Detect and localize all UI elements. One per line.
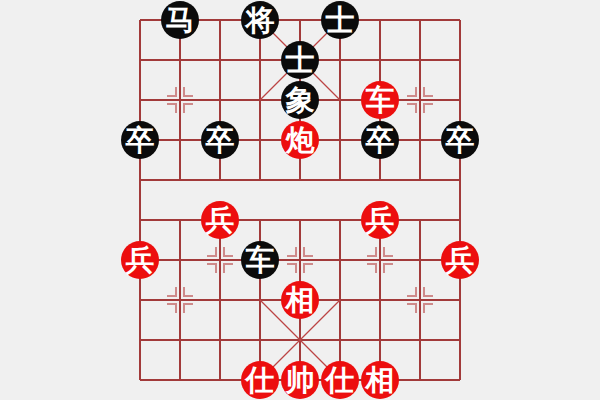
piece-black-advisor[interactable]: 士 <box>321 1 359 39</box>
piece-black-general[interactable]: 将 <box>241 1 279 39</box>
piece-red-cannon[interactable]: 炮 <box>281 121 319 159</box>
piece-black-elephant[interactable]: 象 <box>281 81 319 119</box>
piece-red-elephant[interactable]: 相 <box>361 361 399 399</box>
xiangqi-board: 马将士士象车卒卒炮卒卒兵兵兵车兵相仕帅仕相 <box>0 0 600 400</box>
board-intersections[interactable]: 马将士士象车卒卒炮卒卒兵兵兵车兵相仕帅仕相 <box>120 0 480 400</box>
piece-black-horse[interactable]: 马 <box>161 1 199 39</box>
piece-black-soldier[interactable]: 卒 <box>361 121 399 159</box>
piece-black-soldier[interactable]: 卒 <box>121 121 159 159</box>
piece-red-advisor[interactable]: 仕 <box>241 361 279 399</box>
piece-black-soldier[interactable]: 卒 <box>441 121 479 159</box>
piece-black-soldier[interactable]: 卒 <box>201 121 239 159</box>
piece-red-chariot[interactable]: 车 <box>361 81 399 119</box>
piece-red-elephant[interactable]: 相 <box>281 281 319 319</box>
piece-red-soldier[interactable]: 兵 <box>121 241 159 279</box>
piece-red-advisor[interactable]: 仕 <box>321 361 359 399</box>
piece-black-advisor[interactable]: 士 <box>281 41 319 79</box>
piece-red-general[interactable]: 帅 <box>281 361 319 399</box>
piece-red-soldier[interactable]: 兵 <box>201 201 239 239</box>
piece-black-chariot[interactable]: 车 <box>241 241 279 279</box>
piece-red-soldier[interactable]: 兵 <box>361 201 399 239</box>
piece-red-soldier[interactable]: 兵 <box>441 241 479 279</box>
